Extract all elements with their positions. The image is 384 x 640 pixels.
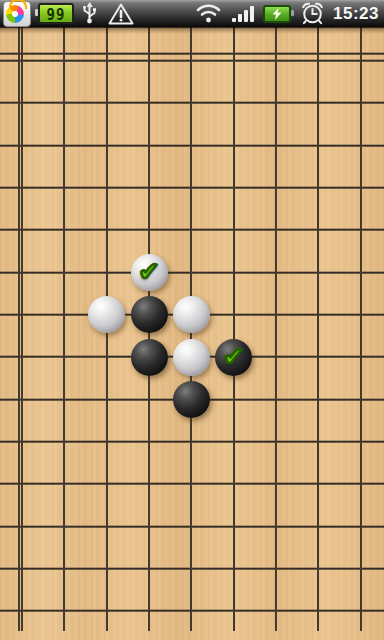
black-stone (131, 296, 168, 333)
phone-screen: 99 (0, 0, 384, 640)
alarm-clock-icon (299, 1, 326, 26)
black-stone (131, 339, 168, 376)
battery-charging-icon (263, 5, 291, 23)
battery-widget-value: 99 (47, 5, 66, 21)
status-bar-left: 99 (0, 1, 135, 27)
status-bar[interactable]: 99 (0, 0, 384, 27)
warning-icon (107, 2, 135, 26)
white-stone (173, 339, 210, 376)
last-move-check-icon: ✔ (139, 259, 160, 284)
status-bar-clock: 15:23 (333, 4, 379, 24)
battery-level-widget: 99 (38, 3, 74, 24)
last-move-check-icon: ✔ (223, 344, 244, 369)
app-icon-colorful-ball (6, 5, 24, 23)
battery-nub (291, 10, 294, 16)
usb-connected-icon (81, 2, 98, 25)
white-stone (173, 296, 210, 333)
board[interactable]: ✔✔ (0, 27, 384, 640)
lightning-bolt-icon (271, 8, 283, 20)
signal-strength-icon (230, 6, 254, 22)
black-stone: ✔ (215, 339, 252, 376)
white-stone: ✔ (131, 254, 168, 291)
battery-widget-nub (35, 9, 38, 16)
black-stone (173, 381, 210, 418)
app-notification-icon (3, 1, 31, 27)
status-bar-right: 15:23 (195, 1, 384, 26)
wifi-icon (195, 3, 222, 24)
